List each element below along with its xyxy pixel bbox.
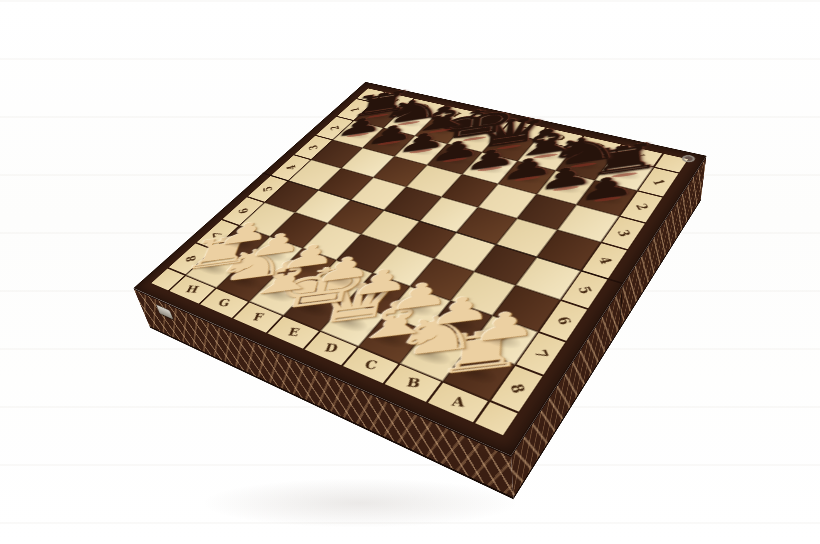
piece-shadow	[385, 292, 440, 322]
file-label-G: G	[199, 288, 249, 319]
square-c4	[457, 208, 517, 245]
rank-label-1: 1	[637, 167, 680, 197]
perspective-wrapper: AABBCCDDEEFFGGHH8877665544332211♜♞♝♛♚♝♞♜…	[60, 0, 780, 544]
file-label-D: D	[303, 331, 359, 367]
fold-seam-side	[619, 286, 622, 329]
square-b3	[517, 194, 577, 230]
square-d8	[320, 301, 385, 347]
file-label-B: B	[383, 364, 443, 404]
chess-board: AABBCCDDEEFFGGHH8877665544332211♜♞♝♛♚♝♞♜…	[133, 82, 706, 456]
square-b8	[400, 331, 469, 381]
piece-shadow	[321, 306, 375, 337]
square-c8	[359, 316, 426, 364]
rank-label-8: 8	[490, 365, 544, 413]
file-label-E: E	[267, 316, 321, 350]
rank-label-4: 4	[581, 243, 628, 280]
square-a7	[469, 316, 538, 365]
square-a6	[493, 286, 560, 332]
file-label-F: F	[232, 301, 284, 333]
rank-label-3: 3	[601, 216, 647, 250]
square-a3	[558, 205, 620, 243]
square-b6	[451, 272, 516, 316]
rank-label-6: 6	[538, 300, 589, 342]
square-a4	[537, 230, 600, 270]
eyelet-icon	[680, 154, 697, 163]
piece-shadow	[425, 306, 482, 338]
square-a8	[443, 348, 514, 401]
piece-shadow	[285, 292, 337, 321]
square-b7	[426, 301, 493, 348]
square-c7	[385, 286, 450, 331]
clasp	[156, 304, 174, 320]
rank-label-2: 2	[619, 191, 663, 223]
square-c5	[434, 233, 496, 272]
square-c6	[411, 259, 474, 301]
square-b4	[496, 219, 558, 258]
file-label-C: C	[342, 347, 400, 385]
piece-shadow	[467, 321, 527, 354]
scene-tilt: AABBCCDDEEFFGGHH8877665544332211♜♞♝♛♚♝♞♜…	[0, 0, 820, 544]
file-label-A: A	[427, 382, 490, 424]
square-d5	[397, 221, 457, 259]
square-b5	[474, 245, 537, 286]
square-a5	[516, 257, 581, 300]
rank-label-5: 5	[560, 271, 609, 310]
piece-shadow	[442, 353, 503, 389]
piece-shadow	[359, 321, 415, 353]
rank-label-7: 7	[515, 332, 567, 377]
board-face: AABBCCDDEEFFGGHH8877665544332211♜♞♝♛♚♝♞♜…	[133, 82, 706, 456]
product-photo-chess-set: AABBCCDDEEFFGGHH8877665544332211♜♞♝♛♚♝♞♜…	[0, 0, 820, 544]
strip-corner-0	[473, 401, 519, 437]
piece-shadow	[399, 337, 458, 371]
